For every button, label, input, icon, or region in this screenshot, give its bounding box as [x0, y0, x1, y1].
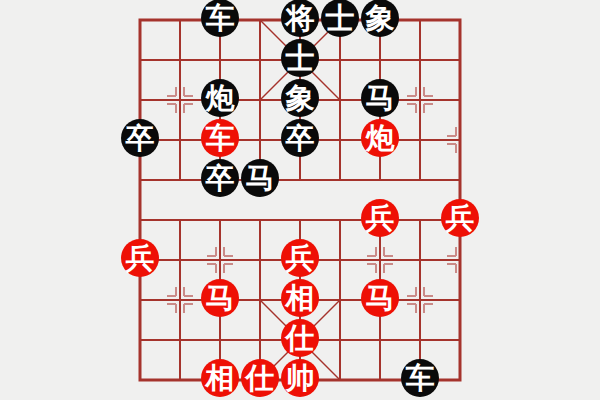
piece-red-soldier-4[interactable]: 兵: [281, 239, 319, 277]
piece-black-soldier-1[interactable]: 卒: [121, 119, 159, 157]
piece-black-advisor-1[interactable]: 士: [321, 0, 359, 37]
piece-red-elephant-2[interactable]: 相: [201, 359, 239, 397]
piece-black-horse-2[interactable]: 马: [241, 159, 279, 197]
piece-black-horse-1[interactable]: 马: [361, 79, 399, 117]
xiangqi-board[interactable]: 车将士象士炮象马卒卒卒马车车炮兵兵兵兵马相马仕相仕帅: [0, 0, 600, 400]
piece-red-general[interactable]: 帅: [281, 359, 319, 397]
piece-black-soldier-3[interactable]: 卒: [201, 159, 239, 197]
piece-red-soldier-3[interactable]: 兵: [121, 239, 159, 277]
piece-black-elephant-1[interactable]: 象: [361, 0, 399, 37]
piece-red-chariot[interactable]: 车: [201, 119, 239, 157]
piece-black-advisor-2[interactable]: 士: [281, 39, 319, 77]
piece-black-elephant-2[interactable]: 象: [281, 79, 319, 117]
piece-black-chariot-1[interactable]: 车: [201, 0, 239, 37]
piece-black-general[interactable]: 将: [281, 0, 319, 37]
piece-red-advisor-1[interactable]: 仕: [281, 319, 319, 357]
piece-red-horse-2[interactable]: 马: [361, 279, 399, 317]
piece-red-advisor-2[interactable]: 仕: [241, 359, 279, 397]
piece-red-soldier-1[interactable]: 兵: [361, 199, 399, 237]
piece-red-horse-1[interactable]: 马: [201, 279, 239, 317]
piece-red-cannon[interactable]: 炮: [361, 119, 399, 157]
piece-black-cannon[interactable]: 炮: [201, 79, 239, 117]
piece-red-elephant-1[interactable]: 相: [281, 279, 319, 317]
pieces-layer: 车将士象士炮象马卒卒卒马车车炮兵兵兵兵马相马仕相仕帅: [0, 0, 600, 400]
piece-black-chariot-2[interactable]: 车: [401, 359, 439, 397]
piece-black-soldier-2[interactable]: 卒: [281, 119, 319, 157]
piece-red-soldier-2[interactable]: 兵: [441, 199, 479, 237]
